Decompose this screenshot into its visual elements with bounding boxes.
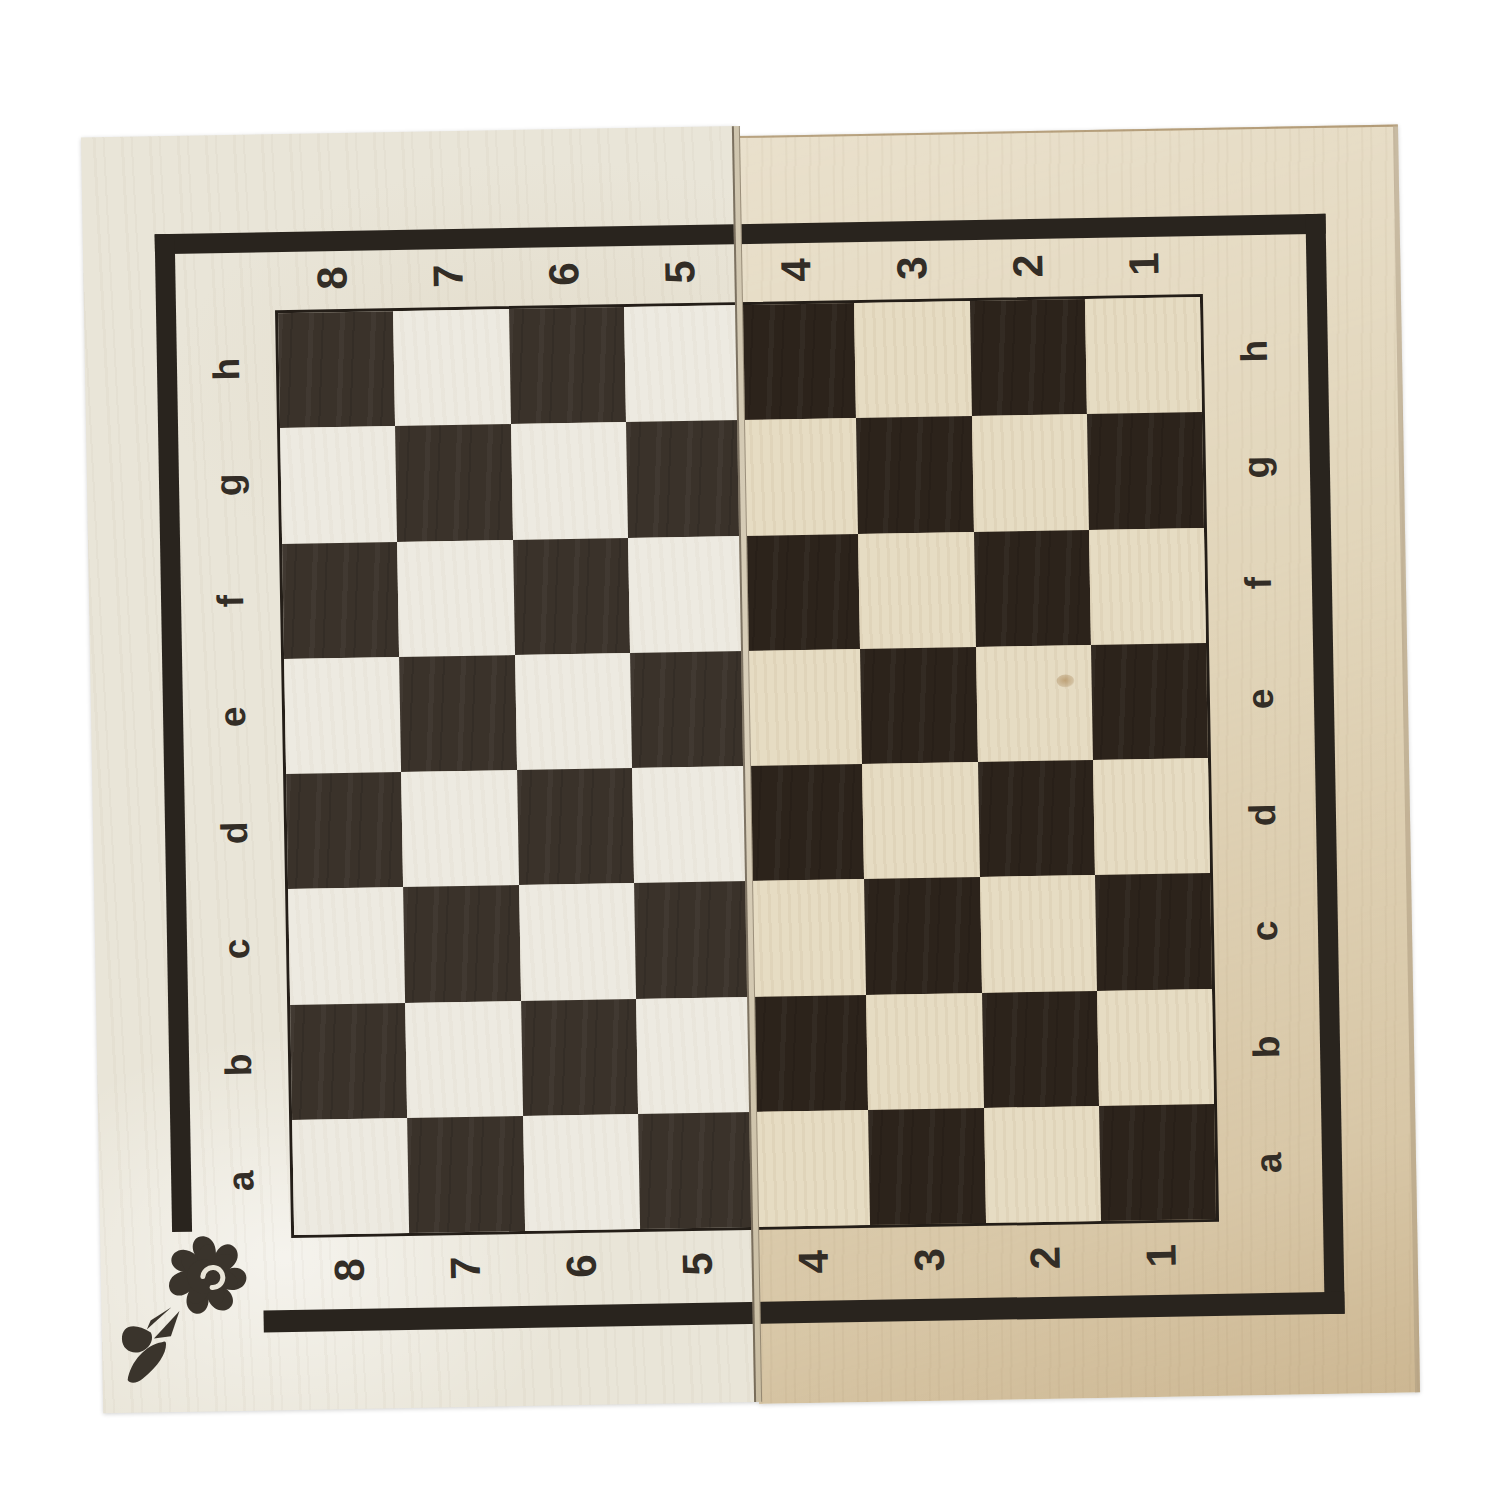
square-d5[interactable] bbox=[632, 766, 749, 883]
square-a2[interactable] bbox=[984, 1106, 1101, 1223]
square-f1[interactable] bbox=[1089, 528, 1206, 645]
square-h7[interactable] bbox=[393, 309, 510, 426]
file-label-right-f: f bbox=[1199, 551, 1316, 615]
square-g4[interactable] bbox=[741, 418, 858, 535]
square-b3[interactable] bbox=[866, 992, 983, 1109]
square-a6[interactable] bbox=[523, 1114, 640, 1231]
square-f5[interactable] bbox=[628, 536, 745, 653]
square-c4[interactable] bbox=[749, 879, 866, 996]
file-label-left-d: d bbox=[176, 801, 293, 865]
square-b7[interactable] bbox=[405, 1001, 522, 1118]
file-label-right-d: d bbox=[1203, 783, 1320, 847]
square-a7[interactable] bbox=[407, 1116, 524, 1233]
square-a1[interactable] bbox=[1099, 1104, 1216, 1221]
square-c6[interactable] bbox=[519, 883, 636, 1000]
square-c3[interactable] bbox=[864, 877, 981, 994]
square-g8[interactable] bbox=[280, 426, 397, 543]
square-a5[interactable] bbox=[638, 1112, 755, 1229]
square-b4[interactable] bbox=[751, 994, 868, 1111]
file-label-right-h: h bbox=[1195, 319, 1312, 383]
file-label-right-a: a bbox=[1210, 1131, 1327, 1195]
square-b6[interactable] bbox=[521, 998, 638, 1115]
square-e5[interactable] bbox=[630, 651, 747, 768]
square-e8[interactable] bbox=[284, 657, 401, 774]
square-g2[interactable] bbox=[971, 414, 1088, 531]
square-g6[interactable] bbox=[511, 422, 628, 539]
square-e4[interactable] bbox=[745, 649, 862, 766]
square-f7[interactable] bbox=[397, 540, 514, 657]
file-label-left-b: b bbox=[180, 1033, 297, 1097]
product-photo: 87654321 87654321 hgfedcba hgfedcba bbox=[0, 0, 1500, 1500]
square-b8[interactable] bbox=[290, 1003, 407, 1120]
file-label-right-g: g bbox=[1197, 435, 1314, 499]
file-label-left-e: e bbox=[174, 685, 291, 749]
square-c2[interactable] bbox=[980, 875, 1097, 992]
square-d6[interactable] bbox=[517, 768, 634, 885]
square-g5[interactable] bbox=[626, 420, 743, 537]
square-h2[interactable] bbox=[969, 299, 1086, 416]
square-e7[interactable] bbox=[399, 655, 516, 772]
chess-board: 87654321 87654321 hgfedcba hgfedcba bbox=[81, 115, 1415, 1414]
file-label-right-e: e bbox=[1201, 667, 1318, 731]
square-d4[interactable] bbox=[747, 764, 864, 881]
square-b1[interactable] bbox=[1097, 988, 1214, 1105]
file-label-left-g: g bbox=[170, 453, 287, 517]
square-d1[interactable] bbox=[1093, 758, 1210, 875]
square-a3[interactable] bbox=[868, 1108, 985, 1225]
square-f2[interactable] bbox=[973, 530, 1090, 647]
file-label-right-c: c bbox=[1205, 899, 1322, 963]
square-h5[interactable] bbox=[624, 305, 741, 422]
square-c7[interactable] bbox=[403, 885, 520, 1002]
square-c5[interactable] bbox=[634, 881, 751, 998]
square-h3[interactable] bbox=[854, 301, 971, 418]
square-d2[interactable] bbox=[977, 760, 1094, 877]
file-label-right-b: b bbox=[1207, 1015, 1324, 1079]
damask-flower-ornament bbox=[118, 1212, 277, 1391]
square-g3[interactable] bbox=[856, 416, 973, 533]
square-e1[interactable] bbox=[1091, 643, 1208, 760]
square-f8[interactable] bbox=[282, 542, 399, 659]
square-f4[interactable] bbox=[743, 534, 860, 651]
square-b5[interactable] bbox=[636, 996, 753, 1113]
square-d3[interactable] bbox=[862, 762, 979, 879]
square-a4[interactable] bbox=[753, 1110, 870, 1227]
square-h1[interactable] bbox=[1085, 297, 1202, 414]
square-h6[interactable] bbox=[509, 307, 626, 424]
file-label-left-f: f bbox=[172, 569, 289, 633]
square-c1[interactable] bbox=[1095, 873, 1212, 990]
square-b2[interactable] bbox=[982, 990, 1099, 1107]
square-f6[interactable] bbox=[513, 538, 630, 655]
square-h8[interactable] bbox=[278, 311, 395, 428]
square-f3[interactable] bbox=[858, 532, 975, 649]
square-d8[interactable] bbox=[286, 772, 403, 889]
square-h4[interactable] bbox=[739, 303, 856, 420]
file-label-left-h: h bbox=[167, 337, 284, 401]
square-e3[interactable] bbox=[860, 647, 977, 764]
square-a8[interactable] bbox=[292, 1118, 409, 1235]
file-label-left-c: c bbox=[178, 917, 295, 981]
square-e6[interactable] bbox=[515, 653, 632, 770]
square-c8[interactable] bbox=[288, 887, 405, 1004]
square-g1[interactable] bbox=[1087, 412, 1204, 529]
square-g7[interactable] bbox=[395, 424, 512, 541]
file-label-left-a: a bbox=[182, 1149, 299, 1213]
square-d7[interactable] bbox=[401, 770, 518, 887]
square-e2[interactable] bbox=[975, 645, 1092, 762]
